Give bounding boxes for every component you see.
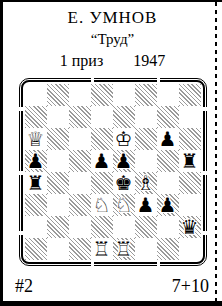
white-bishop-piece: ♝♗ [135,172,157,194]
square-b2 [47,216,69,238]
square-h8 [179,84,201,106]
square-g6: ♟♟ [157,128,179,150]
square-h5: ♜♜ [179,150,201,172]
black-pawn-piece: ♟♟ [113,150,135,172]
square-b8 [47,84,69,106]
square-d8 [91,84,113,106]
chess-board: ♛♕♚♔♟♟♟♟♟♟♟♟♜♜♜♜♚♚♝♗♞♘♞♘♟♟♟♟♛♛♜♖♜♖ [19,78,207,266]
square-a8 [25,84,47,106]
frame-notch [19,107,25,111]
square-g7 [157,106,179,128]
frame-notch [201,171,207,175]
black-rook-piece: ♜♜ [25,172,47,194]
board-grid: ♛♕♚♔♟♟♟♟♟♟♟♟♜♜♜♜♚♚♝♗♞♘♞♘♟♟♟♟♛♛♜♖♜♖ [25,84,201,260]
black-rook-piece: ♜♜ [179,150,201,172]
card-footer: #2 7+10 [3,275,222,297]
frame-notch [91,78,94,84]
square-f5 [135,150,157,172]
square-a1 [25,238,47,260]
white-king-piece: ♚♔ [113,128,135,150]
square-c3 [69,194,91,216]
square-e7 [113,106,135,128]
square-d3: ♞♘ [91,194,113,216]
white-knight-piece: ♞♘ [91,194,113,216]
black-king-piece: ♚♚ [113,172,135,194]
square-b4 [47,172,69,194]
square-a2 [25,216,47,238]
square-f6 [135,128,157,150]
black-pawn-piece: ♟♟ [135,194,157,216]
square-b7 [47,106,69,128]
frame-notch [91,260,94,266]
square-g1 [157,238,179,260]
square-h6 [179,128,201,150]
square-c4 [69,172,91,194]
material-count-label: 7+10 [172,275,209,297]
square-g4 [157,172,179,194]
square-a4: ♜♜ [25,172,47,194]
square-h1 [179,238,201,260]
problem-card: Е. УМНОВ “Труд” 1 приз 1947 ♛♕♚♔♟♟♟♟♟♟♟♟… [0,0,222,306]
square-h7 [179,106,201,128]
square-f1 [135,238,157,260]
black-pawn-piece: ♟♟ [157,194,179,216]
frame-notch [201,231,207,235]
square-b3 [47,194,69,216]
year-label: 1947 [133,51,165,71]
square-f7 [135,106,157,128]
black-pawn-piece: ♟♟ [25,150,47,172]
square-c5 [69,150,91,172]
square-f2 [135,216,157,238]
square-a6: ♛♕ [25,128,47,150]
card-header: Е. УМНОВ “Труд” 1 приз 1947 [3,8,222,71]
square-e2 [113,216,135,238]
square-h4 [179,172,201,194]
board-outer-frame: ♛♕♚♔♟♟♟♟♟♟♟♟♜♜♜♜♚♚♝♗♞♘♞♘♟♟♟♟♛♛♜♖♜♖ [19,78,207,266]
square-f4: ♝♗ [135,172,157,194]
square-c7 [69,106,91,128]
square-f8 [135,84,157,106]
square-e1: ♜♖ [113,238,135,260]
square-h2: ♛♛ [179,216,201,238]
source-title: “Труд” [3,30,222,48]
square-d6 [91,128,113,150]
square-g5 [157,150,179,172]
frame-notch [157,78,160,84]
frame-notch [157,260,160,266]
square-e6: ♚♔ [113,128,135,150]
frame-notch [19,231,25,235]
square-e8 [113,84,135,106]
square-e3: ♞♘ [113,194,135,216]
white-queen-piece: ♛♕ [25,128,47,150]
square-a3 [25,194,47,216]
black-pawn-piece: ♟♟ [157,128,179,150]
square-b6 [47,128,69,150]
frame-notch [19,171,25,175]
square-b1 [47,238,69,260]
square-g2 [157,216,179,238]
black-pawn-piece: ♟♟ [91,150,113,172]
square-g8 [157,84,179,106]
square-f3: ♟♟ [135,194,157,216]
composer-name: Е. УМНОВ [3,8,222,28]
square-c8 [69,84,91,106]
square-c2 [69,216,91,238]
perforation-edge [215,2,217,301]
square-c1 [69,238,91,260]
award-row: 1 приз 1947 [3,51,222,71]
square-d5: ♟♟ [91,150,113,172]
award-label: 1 приз [60,51,103,71]
white-knight-piece: ♞♘ [113,194,135,216]
square-d2 [91,216,113,238]
square-d1: ♜♖ [91,238,113,260]
square-h3 [179,194,201,216]
square-d4 [91,172,113,194]
square-e4: ♚♚ [113,172,135,194]
white-rook-piece: ♜♖ [91,238,113,260]
square-g3: ♟♟ [157,194,179,216]
square-c6 [69,128,91,150]
white-rook-piece: ♜♖ [113,238,135,260]
square-d7 [91,106,113,128]
square-a7 [25,106,47,128]
stipulation-label: #2 [15,275,33,297]
board-inner-frame: ♛♕♚♔♟♟♟♟♟♟♟♟♜♜♜♜♚♚♝♗♞♘♞♘♟♟♟♟♛♛♜♖♜♖ [21,80,205,264]
square-a5: ♟♟ [25,150,47,172]
square-e5: ♟♟ [113,150,135,172]
black-queen-piece: ♛♛ [179,216,201,238]
frame-notch [201,107,207,111]
square-b5 [47,150,69,172]
